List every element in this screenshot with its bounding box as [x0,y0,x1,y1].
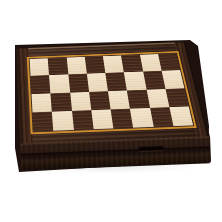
board-square [158,53,180,71]
board-square [68,74,89,92]
lid-seam [21,146,211,156]
board-square [49,75,69,93]
board-square [161,70,184,88]
board-square [31,75,51,93]
checkerboard [30,53,194,131]
board-square [89,91,111,110]
case-lid-top [17,42,211,145]
board-square [33,111,54,131]
board-square [66,57,86,75]
board-square [165,88,188,107]
board-square [169,106,193,126]
chess-case [16,19,211,172]
board-square [32,93,53,112]
board-square [48,58,68,76]
board-square [52,111,73,131]
product-photo [0,0,222,222]
board-square [87,73,108,91]
board-square [85,56,106,74]
board-square [70,92,91,111]
board-square [51,92,72,111]
board-square [72,110,94,130]
board-square [30,58,50,76]
